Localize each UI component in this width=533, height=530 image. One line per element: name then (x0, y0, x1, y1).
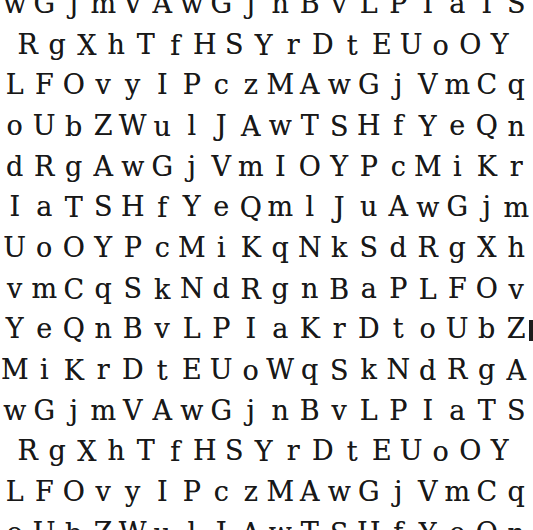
grid-cell: r (89, 356, 119, 383)
grid-cell: A (236, 519, 266, 530)
grid-cell: a (443, 0, 473, 16)
grid-cell: B (295, 397, 325, 424)
grid-row: RgXhTfHSYrDtEUoOY (0, 431, 533, 472)
grid-cell: q (266, 233, 296, 260)
grid-cell: i (443, 152, 473, 179)
grid-cell: n (502, 112, 532, 139)
grid-cell: u (354, 193, 384, 220)
grid-cell: f (148, 194, 178, 221)
grid-cell: Y (249, 31, 279, 58)
grid-cell: u (148, 519, 178, 530)
grid-cell: j (472, 193, 502, 220)
grid-cell: O (59, 71, 89, 98)
grid-cell: t (148, 357, 178, 384)
grid-cell: w (266, 519, 296, 530)
grid-cell: S (220, 437, 250, 464)
grid-row: dRgAwGjVmIOYPcMiKr (0, 146, 533, 187)
grid-cell: k (325, 233, 355, 260)
grid-cell: w (413, 194, 443, 221)
grid-cell: G (30, 0, 60, 16)
grid-cell: V (118, 0, 148, 17)
grid-cell: A (148, 0, 178, 16)
grid-cell: R (413, 234, 443, 261)
grid-cell: S (325, 357, 355, 384)
grid-cell: U (30, 112, 60, 139)
grid-cell: P (118, 234, 148, 261)
grid-cell: I (0, 193, 30, 220)
grid-cell: H (354, 519, 384, 530)
grid-cell: S (325, 519, 355, 530)
grid-cell: w (0, 397, 30, 424)
grid-cell: T (472, 397, 502, 424)
grid-cell: C (59, 275, 89, 302)
grid-cell: W (266, 356, 296, 383)
grid-cell: i (207, 233, 237, 260)
grid-cell: T (295, 519, 325, 530)
grid-cell: G (354, 71, 384, 98)
grid-row: YeQnBvLPIaKrDtoUbZ (0, 309, 533, 350)
grid-cell: P (177, 478, 207, 505)
grid-cell: e (443, 112, 473, 139)
grid-cell: T (131, 31, 161, 58)
grid-cell: r (502, 152, 532, 179)
grid-cell: k (354, 356, 384, 383)
grid-cell: l (295, 193, 325, 220)
grid-cell: M (0, 356, 30, 383)
grid-row: oUbZWulJAwTSHfYeQn (0, 512, 533, 530)
grid-cell: A (384, 193, 414, 220)
grid-cell: f (161, 438, 191, 465)
grid-cell: U (207, 356, 237, 383)
grid-cell: A (295, 71, 325, 98)
grid-cell: X (72, 438, 102, 465)
grid-cell: b (59, 519, 89, 530)
grid-cell: r (325, 315, 355, 342)
grid-cell: S (118, 275, 148, 302)
grid-cell: R (443, 356, 473, 383)
grid-cell: j (177, 153, 207, 180)
grid-cell: Z (89, 519, 119, 530)
grid-cell: B (118, 315, 148, 342)
grid-cell: h (102, 31, 132, 58)
grid-cell: w (325, 71, 355, 98)
grid-cell: Y (485, 31, 515, 58)
grid-cell: D (308, 437, 338, 464)
grid-cell: D (118, 356, 148, 383)
grid-cell: U (443, 315, 473, 342)
grid-cell: g (59, 153, 89, 180)
grid-cell: w (325, 478, 355, 505)
grid-cell: C (472, 478, 502, 505)
grid-cell: Q (472, 112, 502, 139)
grid-cell: h (502, 233, 532, 260)
grid-cell: j (384, 71, 414, 98)
grid-cell: q (295, 356, 325, 383)
grid-cell: I (148, 71, 178, 98)
grid-cell: Z (89, 112, 119, 139)
grid-cell: a (354, 275, 384, 302)
grid-cell: L (0, 478, 30, 505)
grid-cell: K (59, 357, 89, 384)
grid-cell: I (266, 152, 296, 179)
grid-cell: d (0, 153, 30, 180)
grid-cell: m (236, 153, 266, 180)
grid-cell: V (118, 397, 148, 424)
grid-cell: H (118, 193, 148, 220)
grid-cell: d (384, 233, 414, 260)
grid-cell: O (472, 275, 502, 302)
grid-cell: c (384, 152, 414, 179)
grid-cell: W (118, 519, 148, 530)
grid-cell: U (397, 437, 427, 464)
grid-cell: n (266, 396, 296, 423)
grid-cell: t (338, 438, 368, 465)
grid-cell: X (472, 234, 502, 261)
grid-cell: n (502, 519, 532, 530)
grid-cell: J (207, 519, 237, 530)
grid-cell: v (89, 478, 119, 505)
grid-cell: I (413, 397, 443, 424)
grid-cell: o (426, 438, 456, 465)
grid-cell: Y (249, 438, 279, 465)
grid-cell: d (207, 275, 237, 302)
grid-cell: n (295, 275, 325, 302)
grid-cell: R (236, 275, 266, 302)
grid-cell: N (295, 234, 325, 261)
grid-cell: j (236, 0, 266, 17)
grid-cell: K (295, 315, 325, 342)
grid-cell: v (0, 275, 30, 302)
grid-cell: E (177, 356, 207, 383)
grid-cell: B (295, 0, 325, 17)
grid-cell: q (502, 478, 532, 505)
grid-cell: S (354, 234, 384, 261)
grid-cell: c (207, 71, 237, 98)
grid-cell: f (384, 519, 414, 530)
grid-row: IaTSHfYeQmlJuAwGjm (0, 186, 533, 227)
grid-cell: Y (413, 112, 443, 139)
grid-cell: y (118, 478, 148, 505)
grid-cell: V (413, 71, 443, 98)
grid-cell: o (426, 31, 456, 58)
grid-cell: P (207, 315, 237, 342)
grid-cell: b (472, 315, 502, 342)
grid-cell: M (177, 234, 207, 261)
grid-cell: A (236, 112, 266, 139)
grid-cell: m (89, 0, 119, 16)
grid-cell: O (295, 153, 325, 180)
grid-cell: n (266, 0, 296, 16)
grid-cell: K (236, 234, 266, 261)
grid-cell: j (236, 397, 266, 424)
grid-cell: H (190, 31, 220, 58)
grid-cell: O (59, 478, 89, 505)
grid-cell: G (207, 0, 237, 16)
grid-cell: m (502, 194, 532, 221)
grid-cell: r (279, 31, 309, 58)
grid-cell: M (266, 478, 296, 505)
grid-cell: o (0, 112, 30, 139)
grid-cell: O (456, 437, 486, 464)
grid-row: MiKrDtEUoWqSkNdRgA (0, 349, 533, 390)
grid-cell: L (0, 71, 30, 98)
grid-cell: G (30, 396, 60, 423)
grid-cell: g (43, 437, 73, 464)
grid-cell: Q (59, 315, 89, 342)
grid-cell: A (295, 478, 325, 505)
grid-row: oUbZWulJAwTSHfYeQn (0, 105, 533, 146)
grid-cell: b (59, 112, 89, 139)
grid-cell: e (207, 193, 237, 220)
grid-cell: v (502, 275, 532, 302)
grid-cell: P (354, 153, 384, 180)
grid-cell: P (177, 71, 207, 98)
grid-cell: S (89, 193, 119, 220)
grid-cell: F (443, 275, 473, 302)
grid-cell: l (177, 112, 207, 139)
grid-cell: P (384, 275, 414, 302)
grid-cell: Y (325, 152, 355, 179)
grid-cell: c (148, 233, 178, 260)
grid-cell: m (443, 478, 473, 505)
grid-cell: c (207, 478, 237, 505)
grid-cell: j (384, 478, 414, 505)
grid-cell: G (148, 152, 178, 179)
grid-cell: m (89, 396, 119, 423)
grid-cell: U (397, 31, 427, 58)
grid-cell: g (266, 275, 296, 302)
grid-cell: w (177, 0, 207, 17)
grid-cell: A (502, 357, 532, 384)
grid-cell: Y (413, 519, 443, 530)
word-search-grid: wGjmVAwGjnBvLPIaTSRgXhTfHSYrDtEUoOYLFOvy… (0, 0, 533, 530)
grid-cell: o (413, 315, 443, 342)
grid-cell: m (266, 193, 296, 220)
grid-cell: m (30, 275, 60, 302)
grid-cell: z (236, 478, 266, 505)
grid-cell: E (367, 31, 397, 58)
grid-cell: I (236, 315, 266, 342)
grid-cell: S (502, 0, 532, 16)
grid-cell: z (236, 71, 266, 98)
grid-cell: V (207, 152, 237, 179)
grid-cell: H (354, 112, 384, 139)
grid-cell: n (89, 315, 119, 342)
grid-cell: Y (177, 193, 207, 220)
grid-cell: A (89, 152, 119, 179)
grid-cell: B (325, 275, 355, 302)
grid-cell: h (102, 437, 132, 464)
grid-cell: P (384, 396, 414, 423)
grid-cell: L (413, 275, 443, 302)
grid-cell: m (443, 71, 473, 98)
grid-cell: N (177, 275, 207, 302)
grid-cell: M (413, 153, 443, 180)
grid-cell: v (325, 0, 355, 16)
grid-cell: E (367, 437, 397, 464)
grid-cell: T (295, 112, 325, 139)
grid-cell: T (59, 194, 89, 221)
grid-cell: t (338, 31, 368, 58)
grid-cell: R (30, 152, 60, 179)
grid-cell: f (161, 31, 191, 58)
grid-cell: g (472, 356, 502, 383)
grid-cell: Z (502, 315, 532, 342)
grid-cell: U (30, 519, 60, 530)
grid-cell: M (266, 71, 296, 98)
grid-cell: R (13, 437, 43, 464)
grid-cell: u (148, 112, 178, 139)
grid-cell: v (89, 71, 119, 98)
grid-cell: K (472, 153, 502, 180)
grid-cell: I (413, 0, 443, 17)
grid-cell: k (148, 275, 178, 302)
grid-cell: o (0, 519, 30, 530)
grid-cell: a (266, 315, 296, 342)
grid-cell: T (472, 0, 502, 17)
grid-cell: r (279, 437, 309, 464)
grid-cell: f (384, 112, 414, 139)
grid-cell: G (443, 193, 473, 220)
grid-row: wGjmVAwGjnBvLPIaTS (0, 0, 533, 24)
grid-cell: L (354, 0, 384, 17)
grid-cell: U (0, 234, 30, 261)
grid-cell: R (13, 31, 43, 58)
grid-cell: P (384, 0, 414, 16)
grid-cell: L (354, 397, 384, 424)
grid-cell: Y (89, 233, 119, 260)
grid-cell: I (148, 478, 178, 505)
grid-cell: S (220, 31, 250, 58)
grid-cell: i (30, 356, 60, 383)
grid-cell: v (325, 396, 355, 423)
grid-cell: t (384, 315, 414, 342)
grid-cell: w (177, 397, 207, 424)
grid-cell: D (308, 31, 338, 58)
grid-cell: q (89, 275, 119, 302)
grid-cell: N (384, 356, 414, 383)
grid-cell: G (207, 396, 237, 423)
grid-row: UoOYPcMiKqNkSdRgXh (0, 227, 533, 268)
grid-cell: d (413, 357, 443, 384)
grid-cell: g (443, 233, 473, 260)
grid-cell: H (190, 437, 220, 464)
grid-row: wGjmVAwGjnBvLPIaTS (0, 390, 533, 431)
grid-cell: o (236, 357, 266, 384)
grid-cell: q (502, 71, 532, 98)
grid-cell: Y (0, 315, 30, 342)
grid-cell: w (266, 112, 296, 139)
grid-cell: O (456, 31, 486, 58)
cropped-letter-fragment (529, 320, 533, 341)
grid-cell: G (354, 478, 384, 505)
grid-cell: L (177, 315, 207, 342)
grid-row: vmCqSkNdRgnBaPLFOv (0, 268, 533, 309)
grid-cell: V (413, 478, 443, 505)
grid-cell: F (30, 478, 60, 505)
grid-cell: T (131, 437, 161, 464)
grid-cell: w (118, 153, 148, 180)
grid-cell: a (30, 193, 60, 220)
grid-cell: j (59, 0, 89, 17)
grid-cell: C (472, 71, 502, 98)
grid-cell: j (59, 397, 89, 424)
grid-cell: e (30, 315, 60, 342)
grid-cell: F (30, 71, 60, 98)
grid-cell: Q (472, 519, 502, 530)
grid-cell: X (72, 31, 102, 58)
grid-cell: D (354, 315, 384, 342)
grid-cell: J (207, 112, 237, 139)
grid-cell: W (118, 112, 148, 139)
grid-cell: O (59, 234, 89, 261)
grid-cell: A (148, 396, 178, 423)
grid-cell: S (502, 396, 532, 423)
grid-cell: S (325, 112, 355, 139)
grid-cell: l (177, 519, 207, 530)
grid-row: LFOvyIPczMAwGjVmCq (0, 64, 533, 105)
grid-cell: Y (485, 437, 515, 464)
grid-cell: v (148, 315, 178, 342)
grid-cell: J (325, 194, 355, 221)
grid-cell: g (43, 31, 73, 58)
grid-cell: e (443, 519, 473, 530)
grid-cell: o (30, 233, 60, 260)
grid-row: RgXhTfHSYrDtEUoOY (0, 24, 533, 65)
grid-cell: Q (236, 194, 266, 221)
grid-cell: w (0, 0, 30, 17)
grid-cell: a (443, 396, 473, 423)
grid-cell: y (118, 71, 148, 98)
grid-row: LFOvyIPczMAwGjVmCq (0, 471, 533, 512)
